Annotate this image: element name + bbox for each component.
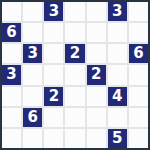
cell-r3c2-clue: 3	[23, 44, 42, 63]
cell-r1c5[interactable]	[87, 2, 106, 21]
cell-r4c5-clue: 2	[87, 65, 106, 84]
puzzle-board: 336326322465	[0, 0, 150, 150]
cell-r2c2[interactable]	[23, 23, 42, 42]
cell-r7c5[interactable]	[87, 129, 106, 148]
cell-r6c4[interactable]	[65, 108, 84, 127]
cell-r7c3[interactable]	[44, 129, 63, 148]
cell-r2c6[interactable]	[108, 23, 127, 42]
cell-r6c2-clue: 6	[23, 108, 42, 127]
cell-r2c3[interactable]	[44, 23, 63, 42]
cell-r4c3[interactable]	[44, 65, 63, 84]
cell-r3c1[interactable]	[2, 44, 21, 63]
cell-r5c5[interactable]	[87, 87, 106, 106]
cell-r5c7[interactable]	[129, 87, 148, 106]
cell-r4c1-clue: 3	[2, 65, 21, 84]
cell-r2c1-clue: 6	[2, 23, 21, 42]
cell-r5c4[interactable]	[65, 87, 84, 106]
cell-r4c4[interactable]	[65, 65, 84, 84]
cell-r6c3[interactable]	[44, 108, 63, 127]
cell-r6c5[interactable]	[87, 108, 106, 127]
cell-r1c2[interactable]	[23, 2, 42, 21]
cell-r5c3-clue: 2	[44, 87, 63, 106]
cell-r4c6[interactable]	[108, 65, 127, 84]
cell-r5c2[interactable]	[23, 87, 42, 106]
cell-r3c7-clue: 6	[129, 44, 148, 63]
cell-r7c6-clue: 5	[108, 129, 127, 148]
cell-r5c6-clue: 4	[108, 87, 127, 106]
cell-r6c1[interactable]	[2, 108, 21, 127]
cell-r1c4[interactable]	[65, 2, 84, 21]
cell-r4c2[interactable]	[23, 65, 42, 84]
cell-r3c4-clue: 2	[65, 44, 84, 63]
cell-r6c6[interactable]	[108, 108, 127, 127]
cell-r2c4[interactable]	[65, 23, 84, 42]
cell-r3c6[interactable]	[108, 44, 127, 63]
cell-r3c3[interactable]	[44, 44, 63, 63]
cell-r5c1[interactable]	[2, 87, 21, 106]
cell-r7c4[interactable]	[65, 129, 84, 148]
cell-r1c1[interactable]	[2, 2, 21, 21]
cell-r1c3-clue: 3	[44, 2, 63, 21]
cell-r6c7[interactable]	[129, 108, 148, 127]
cell-r2c7[interactable]	[129, 23, 148, 42]
cell-r1c7[interactable]	[129, 2, 148, 21]
cell-r7c7[interactable]	[129, 129, 148, 148]
cell-r2c5[interactable]	[87, 23, 106, 42]
cell-r1c6-clue: 3	[108, 2, 127, 21]
cell-r7c2[interactable]	[23, 129, 42, 148]
cell-r3c5[interactable]	[87, 44, 106, 63]
cell-r7c1[interactable]	[2, 129, 21, 148]
cell-r4c7[interactable]	[129, 65, 148, 84]
